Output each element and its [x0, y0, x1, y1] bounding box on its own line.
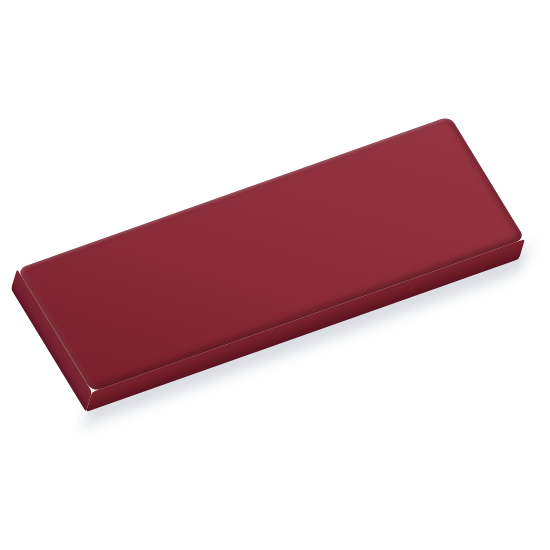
product-image-canvas [0, 0, 550, 550]
